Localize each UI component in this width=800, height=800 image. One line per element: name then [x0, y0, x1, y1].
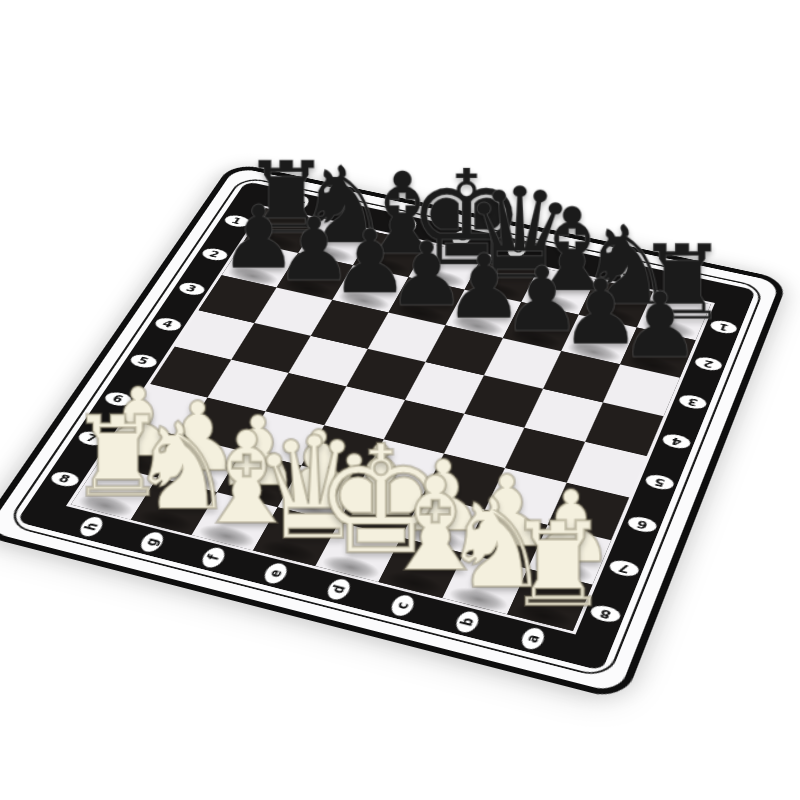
- rank-badge-left-text-8: 8: [48, 469, 82, 488]
- photo-background: hgfedcba hgfedcba 12345678 12345678 ♜︎♞︎…: [0, 0, 800, 800]
- file-badge-top-text-a: a: [675, 277, 699, 296]
- chess-mat: hgfedcba hgfedcba 12345678 12345678 ♜︎♞︎…: [0, 162, 789, 701]
- rank-badge-left-text-2: 2: [199, 246, 229, 261]
- file-badge-top-text-f: f: [395, 217, 420, 235]
- file-badge-top-text-h: h: [287, 194, 312, 211]
- rank-badge-left-text-7: 7: [75, 429, 108, 447]
- file-badge-top-text-d: d: [505, 241, 529, 259]
- file-badge-top-text-e: e: [449, 229, 474, 247]
- file-badge-top-text-c: c: [561, 253, 585, 271]
- file-badge-top-text-b: b: [618, 265, 642, 284]
- rank-badge-left-text-4: 4: [152, 316, 183, 332]
